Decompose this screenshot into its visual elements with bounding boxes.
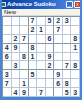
cell-r5c3[interactable]: 8	[20, 53, 29, 62]
cell-r7c8[interactable]	[63, 70, 72, 79]
menu-bar: New	[2, 9, 80, 16]
cell-r4c4[interactable]: 8	[29, 44, 38, 53]
window-title: Advance Sudoku	[7, 1, 66, 8]
cell-r3c7[interactable]	[54, 35, 63, 44]
cell-r9c6[interactable]	[46, 88, 55, 97]
cell-r3c9[interactable]: 8	[71, 35, 80, 44]
cell-r2c3[interactable]	[20, 26, 29, 35]
cell-r3c8[interactable]	[63, 35, 72, 44]
cell-r2c4[interactable]: 2	[29, 26, 38, 35]
cell-r6c2[interactable]: 3	[12, 61, 21, 70]
cell-r6c9[interactable]: 8	[71, 61, 80, 70]
cell-r1c8[interactable]: 3	[63, 17, 72, 26]
cell-r9c4[interactable]	[29, 88, 38, 97]
cell-r7c5[interactable]	[37, 70, 46, 79]
cell-r6c1[interactable]	[3, 61, 12, 70]
cell-r6c7[interactable]	[54, 61, 63, 70]
cell-r8c2[interactable]	[12, 79, 21, 88]
cell-r4c3[interactable]	[20, 44, 29, 53]
cell-r2c2[interactable]	[12, 26, 21, 35]
close-button[interactable]: x	[74, 1, 81, 8]
cell-r3c2[interactable]: 2	[12, 35, 21, 44]
cell-r8c1[interactable]: 7	[3, 79, 12, 88]
cell-r8c6[interactable]	[46, 79, 55, 88]
cell-r7c1[interactable]: 3	[3, 70, 12, 79]
cell-r9c7[interactable]	[54, 88, 63, 97]
cell-r3c6[interactable]: 6	[46, 35, 55, 44]
cell-r5c2[interactable]	[12, 53, 21, 62]
cell-r7c9[interactable]	[71, 70, 80, 79]
cell-r1c9[interactable]	[71, 17, 80, 26]
cell-r5c4[interactable]: 1	[29, 53, 38, 62]
cell-r9c5[interactable]: 7	[37, 88, 46, 97]
cell-r3c4[interactable]	[29, 35, 38, 44]
cell-r9c3[interactable]: 9	[20, 88, 29, 97]
cell-r9c9[interactable]: 3	[71, 88, 80, 97]
cell-r3c1[interactable]	[3, 35, 12, 44]
cell-r5c7[interactable]	[54, 53, 63, 62]
cell-r2c5[interactable]: 1	[37, 26, 46, 35]
cell-r6c3[interactable]	[20, 61, 29, 70]
cell-r3c5[interactable]	[37, 35, 46, 44]
cell-r2c6[interactable]	[46, 26, 55, 35]
cell-r1c2[interactable]	[12, 17, 21, 26]
cell-r8c3[interactable]: 1	[20, 79, 29, 88]
cell-r9c2[interactable]: 4	[12, 88, 21, 97]
cell-r4c8[interactable]	[63, 44, 72, 53]
cell-r7c2[interactable]	[12, 70, 21, 79]
window-controls: _ x	[66, 1, 81, 8]
cell-r1c1[interactable]	[3, 17, 12, 26]
cell-r5c5[interactable]	[37, 53, 46, 62]
cell-r4c1[interactable]: 4	[3, 44, 12, 53]
cell-r8c5[interactable]	[37, 79, 46, 88]
cell-r4c5[interactable]	[37, 44, 46, 53]
cell-r8c4[interactable]	[29, 79, 38, 88]
cell-r7c6[interactable]	[46, 70, 55, 79]
cell-r1c4[interactable]: 7	[29, 17, 38, 26]
cell-r4c9[interactable]: 1	[71, 44, 80, 53]
cell-r2c8[interactable]	[63, 26, 72, 35]
cell-r7c4[interactable]: 5	[29, 70, 38, 79]
cell-r8c8[interactable]: 8	[63, 79, 72, 88]
cell-r6c5[interactable]	[37, 61, 46, 70]
minimize-button[interactable]: _	[66, 1, 73, 8]
title-bar[interactable]: Advance Sudoku _ x	[0, 0, 82, 9]
cell-r4c6[interactable]	[46, 44, 55, 53]
cell-r5c1[interactable]: 6	[3, 53, 12, 62]
cell-r1c7[interactable]: 2	[54, 17, 63, 26]
cell-r5c9[interactable]	[71, 53, 80, 62]
cell-r6c4[interactable]	[29, 61, 38, 70]
cell-r3c3[interactable]: 7	[20, 35, 29, 44]
cell-r1c3[interactable]	[20, 17, 29, 26]
cell-r2c7[interactable]: 7	[54, 26, 63, 35]
app-window: Advance Sudoku _ x New 75232172768498168…	[0, 0, 82, 100]
cell-r1c6[interactable]: 5	[46, 17, 55, 26]
cell-r5c8[interactable]	[63, 53, 72, 62]
cell-r7c3[interactable]	[20, 70, 29, 79]
cell-r4c2[interactable]: 9	[12, 44, 21, 53]
cell-r1c5[interactable]	[37, 17, 46, 26]
cell-r8c9[interactable]	[71, 79, 80, 88]
cell-r2c9[interactable]	[71, 26, 80, 35]
cell-r6c6[interactable]: 2	[46, 61, 55, 70]
cell-r4c7[interactable]	[54, 44, 63, 53]
app-icon	[1, 2, 6, 7]
cell-r9c1[interactable]	[3, 88, 12, 97]
cell-r7c7[interactable]: 9	[54, 70, 63, 79]
cell-r2c1[interactable]	[3, 26, 12, 35]
cell-r6c8[interactable]: 7	[63, 61, 72, 70]
cell-r8c7[interactable]: 6	[54, 79, 63, 88]
menu-item-new[interactable]: New	[4, 9, 16, 15]
sudoku-board: 75232172768498168193278359716849753	[2, 16, 80, 97]
cell-r9c8[interactable]: 5	[63, 88, 72, 97]
cell-r5c6[interactable]: 9	[46, 53, 55, 62]
